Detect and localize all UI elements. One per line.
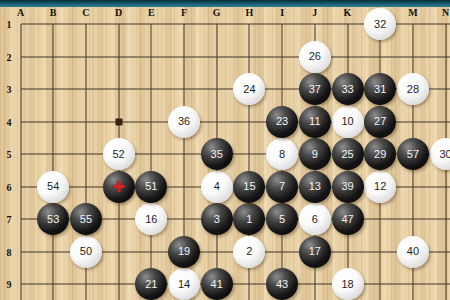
stone-number: 54	[47, 181, 59, 192]
stone-number: 1	[246, 214, 252, 225]
stone-E7[interactable]: 16	[135, 203, 167, 235]
grid-line-vertical	[20, 24, 21, 300]
stone-number: 25	[341, 149, 353, 160]
row-label-1: 1	[7, 19, 12, 30]
stone-L6[interactable]: 12	[364, 171, 396, 203]
row-label-2: 2	[7, 51, 12, 62]
column-label-F: F	[181, 7, 187, 18]
stone-number: 29	[374, 149, 386, 160]
row-label-8: 8	[7, 246, 12, 257]
stone-K9[interactable]: 18	[332, 268, 364, 300]
stone-G7[interactable]: 3	[201, 203, 233, 235]
stone-K5[interactable]: 25	[332, 138, 364, 170]
stone-number: 16	[145, 214, 157, 225]
column-label-C: C	[82, 7, 89, 18]
stone-N5[interactable]: 30	[430, 138, 450, 170]
stone-M5[interactable]: 57	[397, 138, 429, 170]
stone-number: 37	[309, 84, 321, 95]
stone-number: 13	[309, 181, 321, 192]
stone-number: 47	[341, 214, 353, 225]
stone-L5[interactable]: 29	[364, 138, 396, 170]
stone-H3[interactable]: 24	[233, 73, 265, 105]
stone-number: 15	[243, 181, 255, 192]
row-label-3: 3	[7, 84, 12, 95]
stone-number: 10	[341, 116, 353, 127]
stone-number: 2	[246, 246, 252, 257]
stone-number: 8	[279, 149, 285, 160]
stone-number: 55	[80, 214, 92, 225]
stone-number: 24	[243, 84, 255, 95]
stone-number: 21	[145, 279, 157, 290]
stone-G9[interactable]: 41	[201, 268, 233, 300]
stone-F8[interactable]: 19	[168, 236, 200, 268]
stone-J3[interactable]: 37	[299, 73, 331, 105]
stone-J6[interactable]: 13	[299, 171, 331, 203]
stone-B7[interactable]: 53	[37, 203, 69, 235]
stone-number: 12	[374, 181, 386, 192]
stone-C8[interactable]: 50	[70, 236, 102, 268]
stone-number: 27	[374, 116, 386, 127]
column-label-J: J	[312, 7, 317, 18]
grid-line-vertical	[151, 24, 152, 300]
stone-L4[interactable]: 27	[364, 106, 396, 138]
stone-number: 28	[407, 84, 419, 95]
stone-number: 23	[276, 116, 288, 127]
stone-number: 31	[374, 84, 386, 95]
stone-E6[interactable]: 51	[135, 171, 167, 203]
stone-number: 43	[276, 279, 288, 290]
column-label-E: E	[148, 7, 155, 18]
stone-number: 18	[341, 279, 353, 290]
stone-number: 17	[309, 246, 321, 257]
stone-number: 4	[214, 181, 220, 192]
stone-F9[interactable]: 14	[168, 268, 200, 300]
stone-number: 9	[312, 149, 318, 160]
last-move-marker-icon: ✚	[112, 179, 125, 194]
stone-number: 19	[178, 246, 190, 257]
stone-number: 11	[309, 116, 320, 127]
stone-I7[interactable]: 5	[266, 203, 298, 235]
stone-E9[interactable]: 21	[135, 268, 167, 300]
column-label-B: B	[50, 7, 57, 18]
stone-number: 7	[279, 181, 285, 192]
stone-D5[interactable]: 52	[103, 138, 135, 170]
row-label-7: 7	[7, 214, 12, 225]
grid-line-vertical	[53, 24, 54, 300]
stone-number: 57	[407, 149, 419, 160]
stone-K4[interactable]: 10	[332, 106, 364, 138]
stone-number: 50	[80, 246, 92, 257]
column-label-A: A	[17, 7, 24, 18]
row-label-6: 6	[7, 181, 12, 192]
stone-number: 5	[279, 214, 285, 225]
stone-K6[interactable]: 39	[332, 171, 364, 203]
stone-H7[interactable]: 1	[233, 203, 265, 235]
row-label-9: 9	[7, 279, 12, 290]
stone-G5[interactable]: 35	[201, 138, 233, 170]
stone-I9[interactable]: 43	[266, 268, 298, 300]
row-label-4: 4	[7, 116, 12, 127]
grid-line-horizontal	[21, 56, 450, 57]
stone-M8[interactable]: 40	[397, 236, 429, 268]
stone-number: 51	[145, 181, 157, 192]
stone-H8[interactable]: 2	[233, 236, 265, 268]
stone-number: 14	[178, 279, 190, 290]
go-board[interactable]: ABCDEFGHIJKLMN12345678912345678910111213…	[0, 0, 450, 300]
stone-J2[interactable]: 26	[299, 41, 331, 73]
stone-K3[interactable]: 33	[332, 73, 364, 105]
stone-number: 32	[374, 19, 386, 30]
star-point	[115, 118, 122, 125]
stone-F4[interactable]: 36	[168, 106, 200, 138]
column-label-I: I	[280, 7, 284, 18]
stone-number: 30	[439, 149, 450, 160]
stone-number: 35	[211, 149, 223, 160]
column-label-H: H	[246, 7, 254, 18]
stone-number: 52	[112, 149, 124, 160]
stone-D6[interactable]: ✚	[103, 171, 135, 203]
stone-number: 40	[407, 246, 419, 257]
stone-J8[interactable]: 17	[299, 236, 331, 268]
column-label-K: K	[344, 7, 352, 18]
stone-B6[interactable]: 54	[37, 171, 69, 203]
column-label-M: M	[408, 7, 417, 18]
stone-number: 53	[47, 214, 59, 225]
stone-I4[interactable]: 23	[266, 106, 298, 138]
stone-L3[interactable]: 31	[364, 73, 396, 105]
stone-number: 3	[214, 214, 220, 225]
stone-J7[interactable]: 6	[299, 203, 331, 235]
stone-M3[interactable]: 28	[397, 73, 429, 105]
row-label-5: 5	[7, 149, 12, 160]
stone-number: 26	[309, 51, 321, 62]
stone-K7[interactable]: 47	[332, 203, 364, 235]
column-label-N: N	[442, 7, 449, 18]
stone-number: 39	[341, 181, 353, 192]
stone-H6[interactable]: 15	[233, 171, 265, 203]
stone-number: 41	[211, 279, 223, 290]
stone-I6[interactable]: 7	[266, 171, 298, 203]
stone-number: 6	[312, 214, 318, 225]
stone-C7[interactable]: 55	[70, 203, 102, 235]
column-label-D: D	[115, 7, 122, 18]
grid-line-horizontal	[21, 284, 450, 285]
stone-number: 33	[341, 84, 353, 95]
stone-L1[interactable]: 32	[364, 8, 396, 40]
stone-I5[interactable]: 8	[266, 138, 298, 170]
title-bar	[0, 0, 450, 7]
stone-J4[interactable]: 11	[299, 106, 331, 138]
stone-number: 36	[178, 116, 190, 127]
stone-G6[interactable]: 4	[201, 171, 233, 203]
column-label-G: G	[213, 7, 221, 18]
stone-J5[interactable]: 9	[299, 138, 331, 170]
